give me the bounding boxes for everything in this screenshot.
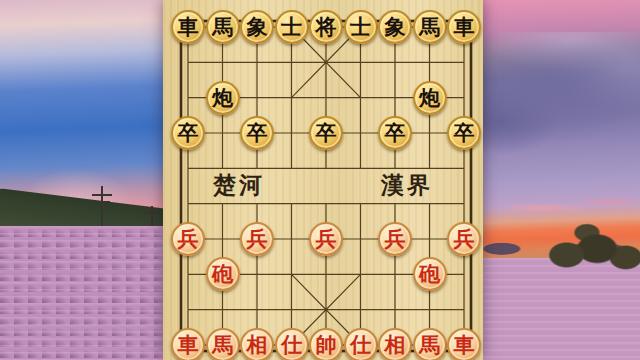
piece-glyph: 卒 — [178, 118, 199, 148]
piece-glyph: 馬 — [212, 12, 233, 42]
piece-glyph: 士 — [281, 12, 302, 42]
piece-glyph: 兵 — [454, 224, 475, 254]
piece-glyph: 砲 — [212, 259, 233, 289]
piece-black-elephant[interactable]: 象 — [240, 10, 274, 44]
piece-black-soldier[interactable]: 卒 — [240, 116, 274, 150]
piece-glyph: 車 — [454, 12, 475, 42]
piece-black-horse[interactable]: 馬 — [413, 10, 447, 44]
piece-red-soldier[interactable]: 兵 — [447, 222, 481, 256]
piece-red-soldier[interactable]: 兵 — [240, 222, 274, 256]
piece-red-horse[interactable]: 馬 — [413, 328, 447, 360]
piece-glyph: 兵 — [178, 224, 199, 254]
xiangqi-board[interactable]: 楚河 漢界 車馬象士将士象馬車炮炮卒卒卒卒卒兵兵兵兵兵砲砲車馬相仕帥仕相馬車 — [163, 0, 483, 360]
piece-glyph: 相 — [385, 330, 406, 360]
power-pole-crossarm — [94, 201, 110, 203]
power-pole-crossarm — [144, 212, 159, 214]
piece-black-cannon[interactable]: 炮 — [206, 81, 240, 115]
piece-glyph: 車 — [178, 12, 199, 42]
piece-glyph: 象 — [247, 12, 268, 42]
piece-red-soldier[interactable]: 兵 — [309, 222, 343, 256]
flower-field-left — [0, 226, 163, 360]
piece-red-chariot[interactable]: 車 — [447, 328, 481, 360]
piece-red-horse[interactable]: 馬 — [206, 328, 240, 360]
piece-glyph: 兵 — [247, 224, 268, 254]
piece-red-cannon[interactable]: 砲 — [413, 257, 447, 291]
piece-glyph: 帥 — [316, 330, 337, 360]
bush-silhouette — [538, 219, 640, 281]
piece-black-soldier[interactable]: 卒 — [378, 116, 412, 150]
power-pole-crossarm — [92, 194, 112, 196]
piece-glyph: 車 — [178, 330, 199, 360]
piece-red-general[interactable]: 帥 — [309, 328, 343, 360]
piece-glyph: 仕 — [350, 330, 371, 360]
piece-red-elephant[interactable]: 相 — [240, 328, 274, 360]
piece-red-chariot[interactable]: 車 — [171, 328, 205, 360]
piece-black-soldier[interactable]: 卒 — [171, 116, 205, 150]
piece-glyph: 炮 — [212, 83, 233, 113]
piece-glyph: 馬 — [212, 330, 233, 360]
piece-glyph: 相 — [247, 330, 268, 360]
piece-black-soldier[interactable]: 卒 — [309, 116, 343, 150]
piece-red-soldier[interactable]: 兵 — [378, 222, 412, 256]
piece-black-advisor[interactable]: 士 — [275, 10, 309, 44]
piece-black-elephant[interactable]: 象 — [378, 10, 412, 44]
piece-glyph: 馬 — [419, 330, 440, 360]
river-label-right: 漢界 — [365, 172, 449, 200]
piece-glyph: 卒 — [454, 118, 475, 148]
piece-glyph: 象 — [385, 12, 406, 42]
piece-glyph: 砲 — [419, 259, 440, 289]
piece-glyph: 車 — [454, 330, 475, 360]
piece-glyph: 卒 — [316, 118, 337, 148]
piece-red-elephant[interactable]: 相 — [378, 328, 412, 360]
piece-black-soldier[interactable]: 卒 — [447, 116, 481, 150]
cloud-wisps — [483, 194, 640, 222]
piece-glyph: 兵 — [385, 224, 406, 254]
piece-black-chariot[interactable]: 車 — [171, 10, 205, 44]
piece-red-advisor[interactable]: 仕 — [344, 328, 378, 360]
piece-glyph: 炮 — [419, 83, 440, 113]
river-label-left: 楚河 — [197, 172, 281, 200]
piece-black-cannon[interactable]: 炮 — [413, 81, 447, 115]
piece-red-cannon[interactable]: 砲 — [206, 257, 240, 291]
piece-red-soldier[interactable]: 兵 — [171, 222, 205, 256]
piece-black-advisor[interactable]: 士 — [344, 10, 378, 44]
piece-glyph: 馬 — [419, 12, 440, 42]
piece-black-chariot[interactable]: 車 — [447, 10, 481, 44]
piece-black-general[interactable]: 将 — [309, 10, 343, 44]
screenshot-stage: 楚河 漢界 車馬象士将士象馬車炮炮卒卒卒卒卒兵兵兵兵兵砲砲車馬相仕帥仕相馬車 — [0, 0, 640, 360]
piece-glyph: 士 — [350, 12, 371, 42]
clouds-right — [483, 32, 640, 162]
piece-glyph: 仕 — [281, 330, 302, 360]
piece-glyph: 卒 — [247, 118, 268, 148]
piece-glyph: 将 — [316, 12, 337, 42]
piece-glyph: 兵 — [316, 224, 337, 254]
piece-black-horse[interactable]: 馬 — [206, 10, 240, 44]
piece-red-advisor[interactable]: 仕 — [275, 328, 309, 360]
piece-glyph: 卒 — [385, 118, 406, 148]
